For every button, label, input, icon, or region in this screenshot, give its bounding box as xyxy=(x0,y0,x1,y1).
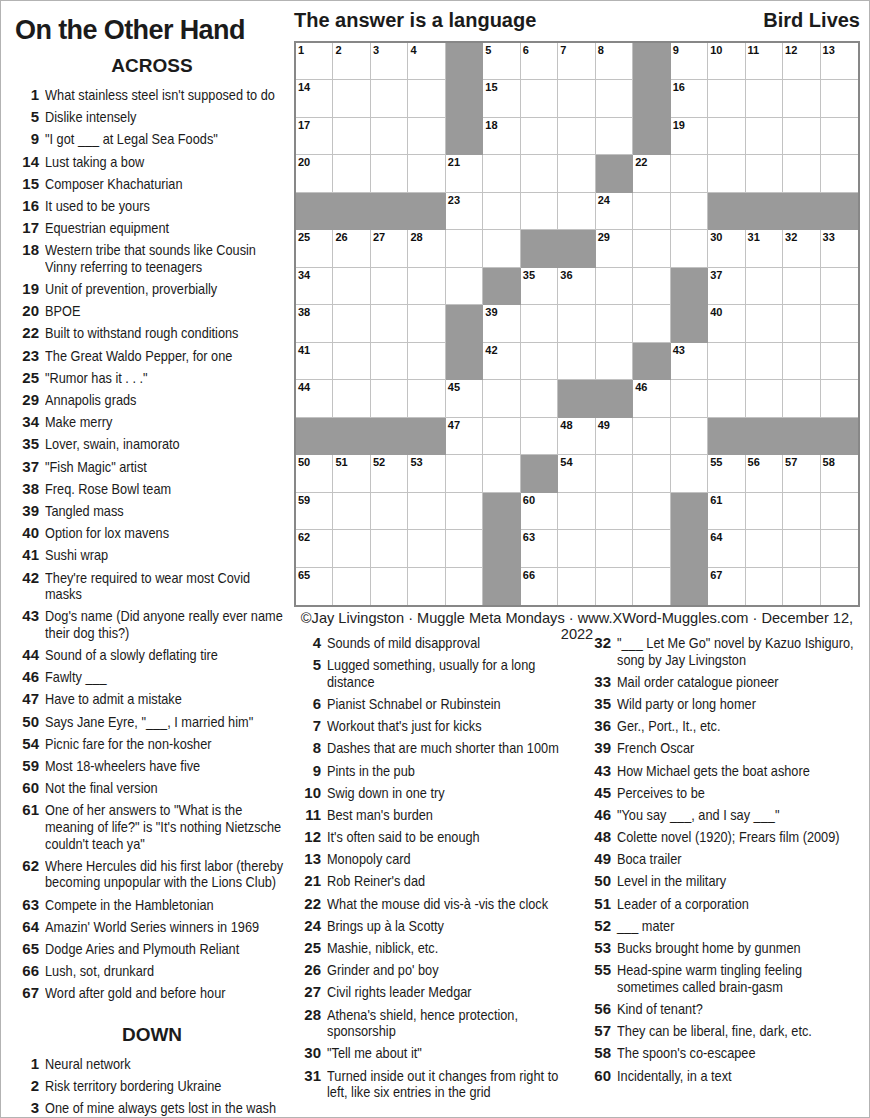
grid-cell[interactable]: 43 xyxy=(671,343,708,380)
grid-cell[interactable] xyxy=(821,530,858,567)
cell-number: 6 xyxy=(523,44,529,56)
grid-cell[interactable]: 33 xyxy=(821,230,858,267)
grid-cell[interactable] xyxy=(408,568,445,605)
grid-cell[interactable]: 23 xyxy=(446,193,483,230)
clue-item: 20BPOE xyxy=(13,303,291,320)
clue-number: 5 xyxy=(13,109,39,126)
grid-cell[interactable]: 50 xyxy=(296,455,333,492)
grid-cell[interactable] xyxy=(371,118,408,155)
grid-cell[interactable] xyxy=(746,305,783,342)
cell-number: 4 xyxy=(410,44,416,56)
clue-item: 27Civil rights leader Medgar xyxy=(295,984,587,1001)
grid-cell[interactable]: 3 xyxy=(371,43,408,80)
grid-cell[interactable] xyxy=(558,80,595,117)
grid-cell[interactable] xyxy=(408,530,445,567)
cell-number: 5 xyxy=(485,44,491,56)
grid-cell[interactable] xyxy=(483,193,520,230)
grid-cell[interactable]: 24 xyxy=(596,193,633,230)
grid-cell[interactable] xyxy=(408,155,445,192)
grid-cell[interactable]: 13 xyxy=(821,43,858,80)
grid-cell[interactable] xyxy=(633,305,670,342)
clue-number: 2 xyxy=(13,1078,39,1095)
grid-cell[interactable] xyxy=(596,118,633,155)
clue-number: 27 xyxy=(295,984,321,1001)
clue-number: 54 xyxy=(13,736,39,753)
grid-cell[interactable]: 60 xyxy=(521,493,558,530)
grid-cell[interactable] xyxy=(408,118,445,155)
grid-cell[interactable] xyxy=(408,380,445,417)
grid-cell[interactable] xyxy=(558,193,595,230)
clue-number: 21 xyxy=(295,873,321,890)
cell-number: 29 xyxy=(598,231,610,243)
grid-cell[interactable] xyxy=(408,305,445,342)
grid-cell[interactable]: 47 xyxy=(446,418,483,455)
block-cell xyxy=(483,268,520,305)
clue-text: "You say ___, and I say ___" xyxy=(617,807,860,824)
clue-item: 56Kind of tenant? xyxy=(585,1001,870,1018)
grid-cell[interactable] xyxy=(596,305,633,342)
grid-cell[interactable] xyxy=(371,530,408,567)
grid-cell[interactable] xyxy=(521,193,558,230)
grid-cell[interactable] xyxy=(633,493,670,530)
clue-text: Incidentally, in a text xyxy=(617,1068,860,1085)
clue-text: Option for lox mavens xyxy=(45,525,288,542)
grid-cell[interactable] xyxy=(821,493,858,530)
grid-cell[interactable] xyxy=(596,80,633,117)
grid-cell[interactable] xyxy=(821,568,858,605)
clue-number: 58 xyxy=(585,1045,611,1062)
grid-cell[interactable] xyxy=(783,530,820,567)
grid-cell[interactable]: 39 xyxy=(483,305,520,342)
cell-number: 17 xyxy=(298,119,310,131)
clue-number: 50 xyxy=(585,873,611,890)
block-cell xyxy=(446,118,483,155)
grid-cell[interactable] xyxy=(633,230,670,267)
grid-cell[interactable] xyxy=(821,268,858,305)
clue-text: Grinder and po' boy xyxy=(327,962,570,979)
clue-text: Pianist Schnabel or Rubinstein xyxy=(327,696,570,713)
grid-cell[interactable] xyxy=(783,380,820,417)
grid-cell[interactable]: 53 xyxy=(408,455,445,492)
clue-text: Amazin' World Series winners in 1969 xyxy=(45,919,288,936)
grid-cell[interactable]: 46 xyxy=(633,380,670,417)
cell-number: 11 xyxy=(748,44,760,56)
grid-cell[interactable] xyxy=(483,455,520,492)
clue-text: "___ Let Me Go" novel by Kazuo Ishiguro,… xyxy=(617,635,860,668)
cell-number: 22 xyxy=(635,156,647,168)
grid-cell[interactable]: 7 xyxy=(558,43,595,80)
grid-cell[interactable]: 67 xyxy=(708,568,745,605)
clue-number: 1 xyxy=(13,87,39,104)
grid-title-row: The answer is a language Bird Lives xyxy=(294,9,860,32)
grid-cell[interactable] xyxy=(708,155,745,192)
clue-number: 32 xyxy=(585,635,611,668)
grid-cell[interactable] xyxy=(633,268,670,305)
grid-cell[interactable] xyxy=(521,418,558,455)
grid-cell[interactable]: 26 xyxy=(333,230,370,267)
clue-text: "I got ___ at Legal Sea Foods" xyxy=(45,131,288,148)
clue-number: 44 xyxy=(13,647,39,664)
clue-number: 65 xyxy=(13,941,39,958)
clue-text: Brings up à la Scotty xyxy=(327,918,570,935)
grid-cell[interactable] xyxy=(633,530,670,567)
clue-number: 29 xyxy=(13,392,39,409)
clue-item: 57They can be liberal, fine, dark, etc. xyxy=(585,1023,870,1040)
clue-item: 13Monopoly card xyxy=(295,851,587,868)
grid-cell[interactable] xyxy=(633,418,670,455)
clue-text: Dislike intensely xyxy=(45,109,288,126)
block-cell xyxy=(596,380,633,417)
clue-item: 1What stainless steel isn't supposed to … xyxy=(13,87,291,104)
grid-cell[interactable] xyxy=(746,568,783,605)
clue-number: 66 xyxy=(13,963,39,980)
grid-cell[interactable] xyxy=(333,493,370,530)
grid-cell[interactable] xyxy=(596,455,633,492)
cell-number: 34 xyxy=(298,269,310,281)
grid-cell[interactable] xyxy=(558,568,595,605)
clue-item: 11Best man's burden xyxy=(295,807,587,824)
grid-cell[interactable]: 5 xyxy=(483,43,520,80)
grid-cell[interactable]: 65 xyxy=(296,568,333,605)
grid-cell[interactable]: 29 xyxy=(596,230,633,267)
grid-cell[interactable] xyxy=(821,380,858,417)
clue-text: It used to be yours xyxy=(45,198,288,215)
cell-number: 66 xyxy=(523,569,535,581)
clue-number: 38 xyxy=(13,481,39,498)
clue-number: 23 xyxy=(13,348,39,365)
clue-number: 62 xyxy=(13,858,39,891)
clue-item: 48Colette novel (1920); Frears film (200… xyxy=(585,829,870,846)
grid-cell[interactable] xyxy=(333,118,370,155)
grid-cell[interactable]: 41 xyxy=(296,343,333,380)
clue-text: What the mouse did vis-à -vis the clock xyxy=(327,896,570,913)
grid-cell[interactable] xyxy=(821,80,858,117)
cell-number: 3 xyxy=(373,44,379,56)
grid-cell[interactable] xyxy=(521,155,558,192)
clue-text: Lush, sot, drunkard xyxy=(45,963,288,980)
grid-cell[interactable]: 2 xyxy=(333,43,370,80)
grid-cell[interactable] xyxy=(558,530,595,567)
grid-cell[interactable] xyxy=(483,230,520,267)
grid-cell[interactable] xyxy=(408,268,445,305)
grid-cell[interactable] xyxy=(708,80,745,117)
block-cell xyxy=(296,193,333,230)
grid-cell[interactable] xyxy=(746,268,783,305)
grid-cell[interactable]: 38 xyxy=(296,305,333,342)
grid-cell[interactable] xyxy=(558,305,595,342)
clue-text: "Tell me about it" xyxy=(327,1045,570,1062)
grid-cell[interactable] xyxy=(446,530,483,567)
grid-cell[interactable] xyxy=(483,380,520,417)
grid-cell[interactable]: 56 xyxy=(746,455,783,492)
grid-cell[interactable] xyxy=(596,493,633,530)
grid-cell[interactable]: 20 xyxy=(296,155,333,192)
grid-cell[interactable] xyxy=(446,493,483,530)
block-cell xyxy=(333,193,370,230)
clue-number: 11 xyxy=(295,807,321,824)
grid-cell[interactable] xyxy=(446,568,483,605)
cell-number: 26 xyxy=(335,231,347,243)
grid-cell[interactable]: 36 xyxy=(558,268,595,305)
grid-cell[interactable] xyxy=(521,380,558,417)
clue-item: 10Swig down in one try xyxy=(295,785,587,802)
grid-cell[interactable]: 17 xyxy=(296,118,333,155)
grid-cell[interactable] xyxy=(633,193,670,230)
grid-cell[interactable]: 10 xyxy=(708,43,745,80)
grid-cell[interactable]: 62 xyxy=(296,530,333,567)
grid-cell[interactable] xyxy=(558,343,595,380)
grid-cell[interactable] xyxy=(558,493,595,530)
grid-cell[interactable] xyxy=(371,305,408,342)
clue-text: Leader of a corporation xyxy=(617,896,860,913)
cell-number: 37 xyxy=(710,269,722,281)
grid-cell[interactable] xyxy=(783,305,820,342)
grid-cell[interactable] xyxy=(371,80,408,117)
grid-cell[interactable]: 22 xyxy=(633,155,670,192)
grid-cell[interactable] xyxy=(558,155,595,192)
clue-item: 2Risk territory bordering Ukraine xyxy=(13,1078,291,1095)
grid-cell[interactable] xyxy=(746,380,783,417)
block-cell xyxy=(558,380,595,417)
cell-number: 48 xyxy=(560,419,572,431)
clue-item: 43Dog's name (Did anyone really ever nam… xyxy=(13,608,291,641)
clue-item: 24Brings up à la Scotty xyxy=(295,918,587,935)
cell-number: 18 xyxy=(485,119,497,131)
block-cell xyxy=(446,305,483,342)
grid-cell[interactable]: 51 xyxy=(333,455,370,492)
clue-item: 19Unit of prevention, proverbially xyxy=(13,281,291,298)
clue-number: 43 xyxy=(585,763,611,780)
meta-title: The answer is a language xyxy=(294,9,536,32)
block-cell xyxy=(671,493,708,530)
grid-cell[interactable] xyxy=(333,155,370,192)
grid-cell[interactable] xyxy=(596,530,633,567)
block-cell xyxy=(633,80,670,117)
grid-cell[interactable]: 21 xyxy=(446,155,483,192)
grid-cell[interactable] xyxy=(596,568,633,605)
grid-cell[interactable] xyxy=(521,305,558,342)
grid-cell[interactable]: 57 xyxy=(783,455,820,492)
clue-item: 25Mashie, niblick, etc. xyxy=(295,940,587,957)
grid-cell[interactable] xyxy=(596,343,633,380)
clue-text: Lugged something, usually for a long dis… xyxy=(327,657,570,690)
clue-item: 43How Michael gets the boat ashore xyxy=(585,763,870,780)
clue-item: 39French Oscar xyxy=(585,740,870,757)
clue-item: 26Grinder and po' boy xyxy=(295,962,587,979)
grid-cell[interactable] xyxy=(671,418,708,455)
cell-number: 1 xyxy=(298,44,304,56)
grid-cell[interactable] xyxy=(446,455,483,492)
grid-cell[interactable] xyxy=(746,493,783,530)
cell-number: 7 xyxy=(560,44,566,56)
grid-cell[interactable]: 66 xyxy=(521,568,558,605)
grid-cell[interactable] xyxy=(446,268,483,305)
grid-cell[interactable] xyxy=(671,380,708,417)
grid-cell[interactable] xyxy=(371,380,408,417)
secondary-title: Bird Lives xyxy=(763,9,860,32)
grid-cell[interactable]: 35 xyxy=(521,268,558,305)
grid-cell[interactable] xyxy=(333,268,370,305)
grid-cell[interactable] xyxy=(371,568,408,605)
grid-cell[interactable] xyxy=(783,568,820,605)
clue-item: 52___ mater xyxy=(585,918,870,935)
down-header: DOWN xyxy=(13,1024,291,1046)
grid-cell[interactable]: 12 xyxy=(783,43,820,80)
grid-cell[interactable] xyxy=(333,343,370,380)
clue-text: BPOE xyxy=(45,303,288,320)
grid-cell[interactable]: 34 xyxy=(296,268,333,305)
grid-cell[interactable] xyxy=(671,155,708,192)
grid-cell[interactable]: 16 xyxy=(671,80,708,117)
clue-text: "Rumor has it . . ." xyxy=(45,370,288,387)
grid-cell[interactable] xyxy=(333,530,370,567)
block-cell xyxy=(633,343,670,380)
grid-cell[interactable]: 28 xyxy=(408,230,445,267)
grid-cell[interactable] xyxy=(671,230,708,267)
cell-number: 19 xyxy=(673,119,685,131)
grid-cell[interactable] xyxy=(408,80,445,117)
grid-cell[interactable] xyxy=(596,268,633,305)
clue-item: 62Where Hercules did his first labor (th… xyxy=(13,858,291,891)
grid-cell[interactable] xyxy=(521,118,558,155)
clue-text: Unit of prevention, proverbially xyxy=(45,281,288,298)
grid-cell[interactable]: 1 xyxy=(296,43,333,80)
grid-cell[interactable]: 63 xyxy=(521,530,558,567)
grid-cell[interactable] xyxy=(671,193,708,230)
grid-cell[interactable] xyxy=(333,80,370,117)
grid-cell[interactable]: 32 xyxy=(783,230,820,267)
cell-number: 59 xyxy=(298,494,310,506)
clue-item: 21Rob Reiner's dad xyxy=(295,873,587,890)
grid-cell[interactable] xyxy=(746,155,783,192)
grid-cell[interactable] xyxy=(371,155,408,192)
grid-cell[interactable] xyxy=(671,455,708,492)
cell-number: 67 xyxy=(710,569,722,581)
grid-cell[interactable] xyxy=(708,380,745,417)
cell-number: 38 xyxy=(298,306,310,318)
grid-cell[interactable] xyxy=(783,343,820,380)
clue-number: 41 xyxy=(13,547,39,564)
clue-text: Lust taking a bow xyxy=(45,154,288,171)
grid-cell[interactable]: 55 xyxy=(708,455,745,492)
grid-cell[interactable] xyxy=(483,418,520,455)
clue-number: 14 xyxy=(13,154,39,171)
clue-item: 60Incidentally, in a text xyxy=(585,1068,870,1085)
grid-cell[interactable]: 48 xyxy=(558,418,595,455)
grid-cell[interactable] xyxy=(408,343,445,380)
grid-cell[interactable] xyxy=(483,155,520,192)
grid-cell[interactable] xyxy=(783,118,820,155)
grid-cell[interactable] xyxy=(783,155,820,192)
clue-number: 67 xyxy=(13,985,39,1002)
grid-cell[interactable]: 40 xyxy=(708,305,745,342)
grid-cell[interactable] xyxy=(633,568,670,605)
grid-cell[interactable]: 4 xyxy=(408,43,445,80)
grid-cell[interactable]: 54 xyxy=(558,455,595,492)
grid-cell[interactable]: 19 xyxy=(671,118,708,155)
grid-cell[interactable] xyxy=(521,80,558,117)
grid-cell[interactable] xyxy=(371,493,408,530)
grid-cell[interactable]: 58 xyxy=(821,455,858,492)
grid-cell[interactable] xyxy=(633,455,670,492)
clue-number: 13 xyxy=(295,851,321,868)
grid-cell[interactable]: 64 xyxy=(708,530,745,567)
grid-cell[interactable]: 44 xyxy=(296,380,333,417)
grid-cell[interactable]: 42 xyxy=(483,343,520,380)
grid-cell[interactable] xyxy=(333,305,370,342)
cell-number: 35 xyxy=(523,269,535,281)
grid-cell[interactable] xyxy=(821,155,858,192)
grid-cell[interactable] xyxy=(446,230,483,267)
grid-cell[interactable] xyxy=(521,343,558,380)
grid-cell[interactable]: 9 xyxy=(671,43,708,80)
clue-item: 46Fawlty ___ xyxy=(13,669,291,686)
grid-cell[interactable]: 30 xyxy=(708,230,745,267)
grid-cell[interactable]: 18 xyxy=(483,118,520,155)
clue-item: 6Pianist Schnabel or Rubinstein xyxy=(295,696,587,713)
cell-number: 25 xyxy=(298,231,310,243)
grid-cell[interactable] xyxy=(783,80,820,117)
grid-cell[interactable]: 37 xyxy=(708,268,745,305)
clue-item: 55Head-spine warm tingling feeling somet… xyxy=(585,962,870,995)
grid-cell[interactable] xyxy=(708,118,745,155)
grid-cell[interactable] xyxy=(821,305,858,342)
clue-number: 9 xyxy=(295,763,321,780)
grid-cell[interactable]: 27 xyxy=(371,230,408,267)
grid-cell[interactable] xyxy=(746,80,783,117)
grid-cell[interactable] xyxy=(333,568,370,605)
cell-number: 16 xyxy=(673,81,685,93)
grid-cell[interactable]: 52 xyxy=(371,455,408,492)
grid-cell[interactable]: 15 xyxy=(483,80,520,117)
grid-cell[interactable]: 8 xyxy=(596,43,633,80)
grid-cell[interactable] xyxy=(371,268,408,305)
grid-cell[interactable] xyxy=(333,380,370,417)
grid-cell[interactable] xyxy=(558,118,595,155)
grid-cell[interactable]: 11 xyxy=(746,43,783,80)
grid-cell[interactable] xyxy=(746,343,783,380)
grid-cell[interactable] xyxy=(746,530,783,567)
cell-number: 40 xyxy=(710,306,722,318)
clue-item: 44Sound of a slowly deflating tire xyxy=(13,647,291,664)
grid-cell[interactable]: 49 xyxy=(596,418,633,455)
grid-cell[interactable] xyxy=(746,118,783,155)
grid-cell[interactable]: 14 xyxy=(296,80,333,117)
grid-cell[interactable]: 59 xyxy=(296,493,333,530)
grid-cell[interactable] xyxy=(821,343,858,380)
grid-cell[interactable]: 31 xyxy=(746,230,783,267)
clue-number: 28 xyxy=(295,1007,321,1040)
grid-cell[interactable]: 6 xyxy=(521,43,558,80)
clue-text: Level in the military xyxy=(617,873,860,890)
clue-text: Picnic fare for the non-kosher xyxy=(45,736,288,753)
grid-cell[interactable]: 45 xyxy=(446,380,483,417)
grid-cell[interactable] xyxy=(783,268,820,305)
grid-cell[interactable] xyxy=(371,343,408,380)
grid-cell[interactable] xyxy=(408,493,445,530)
grid-cell[interactable] xyxy=(821,118,858,155)
clue-text: They're required to wear most Covid mask… xyxy=(45,570,288,603)
grid-cell[interactable] xyxy=(708,343,745,380)
grid-cell[interactable]: 25 xyxy=(296,230,333,267)
clue-item: 29Annapolis grads xyxy=(13,392,291,409)
block-cell xyxy=(671,305,708,342)
grid-cell[interactable]: 61 xyxy=(708,493,745,530)
cell-number: 43 xyxy=(673,344,685,356)
block-cell xyxy=(408,193,445,230)
clue-item: 1Neural network xyxy=(13,1056,291,1073)
grid-cell[interactable] xyxy=(783,493,820,530)
